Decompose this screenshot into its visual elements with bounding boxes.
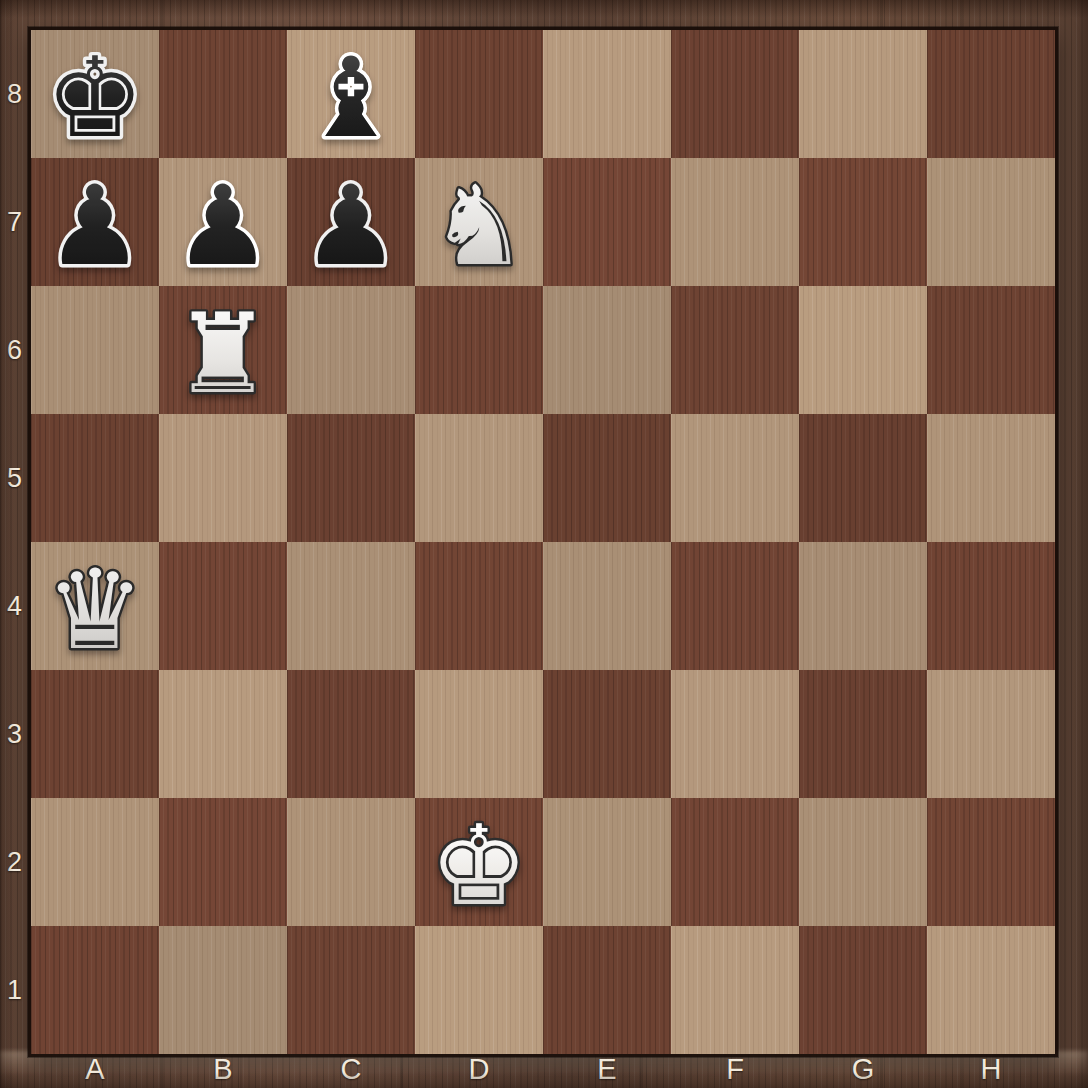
svg-text:♛: ♛ bbox=[46, 546, 145, 674]
square-f5[interactable] bbox=[671, 414, 799, 542]
square-d1[interactable] bbox=[415, 926, 543, 1054]
square-e3[interactable] bbox=[543, 670, 671, 798]
chess-board: ♚♝♟♟♟♞♜♛♚ bbox=[28, 27, 1058, 1057]
piece-white-king-d2[interactable]: ♚ bbox=[415, 798, 543, 926]
rank-label-7: 7 bbox=[0, 158, 29, 286]
square-b3[interactable] bbox=[159, 670, 287, 798]
square-e8[interactable] bbox=[543, 30, 671, 158]
square-h5[interactable] bbox=[927, 414, 1055, 542]
piece-black-pawn-c7[interactable]: ♟ bbox=[287, 158, 415, 286]
square-c7[interactable]: ♟ bbox=[287, 158, 415, 286]
square-g6[interactable] bbox=[799, 286, 927, 414]
square-b4[interactable] bbox=[159, 542, 287, 670]
black-pawn-icon: ♟ bbox=[32, 159, 158, 285]
square-e4[interactable] bbox=[543, 542, 671, 670]
square-b8[interactable] bbox=[159, 30, 287, 158]
square-c6[interactable] bbox=[287, 286, 415, 414]
file-label-g: G bbox=[799, 1052, 927, 1086]
square-a2[interactable] bbox=[31, 798, 159, 926]
square-g7[interactable] bbox=[799, 158, 927, 286]
square-c4[interactable] bbox=[287, 542, 415, 670]
square-b5[interactable] bbox=[159, 414, 287, 542]
white-rook-icon: ♜ bbox=[160, 287, 286, 413]
square-h8[interactable] bbox=[927, 30, 1055, 158]
piece-white-queen-a4[interactable]: ♛ bbox=[31, 542, 159, 670]
piece-white-rook-b6[interactable]: ♜ bbox=[159, 286, 287, 414]
square-c8[interactable]: ♝ bbox=[287, 30, 415, 158]
file-label-e: E bbox=[543, 1052, 671, 1086]
svg-text:♚: ♚ bbox=[46, 34, 145, 162]
square-e6[interactable] bbox=[543, 286, 671, 414]
square-d3[interactable] bbox=[415, 670, 543, 798]
rank-label-8: 8 bbox=[0, 30, 29, 158]
rank-label-4: 4 bbox=[0, 542, 29, 670]
rank-label-5: 5 bbox=[0, 414, 29, 542]
square-b6[interactable]: ♜ bbox=[159, 286, 287, 414]
square-c2[interactable] bbox=[287, 798, 415, 926]
square-f3[interactable] bbox=[671, 670, 799, 798]
svg-text:♟: ♟ bbox=[302, 162, 401, 290]
square-f1[interactable] bbox=[671, 926, 799, 1054]
file-label-b: B bbox=[159, 1052, 287, 1086]
file-label-h: H bbox=[927, 1052, 1055, 1086]
square-h3[interactable] bbox=[927, 670, 1055, 798]
file-label-a: A bbox=[31, 1052, 159, 1086]
square-c3[interactable] bbox=[287, 670, 415, 798]
square-h2[interactable] bbox=[927, 798, 1055, 926]
piece-black-king-a8[interactable]: ♚ bbox=[31, 30, 159, 158]
square-h1[interactable] bbox=[927, 926, 1055, 1054]
square-b2[interactable] bbox=[159, 798, 287, 926]
square-f4[interactable] bbox=[671, 542, 799, 670]
file-label-f: F bbox=[671, 1052, 799, 1086]
rank-label-6: 6 bbox=[0, 286, 29, 414]
file-label-d: D bbox=[415, 1052, 543, 1086]
square-g1[interactable] bbox=[799, 926, 927, 1054]
svg-text:♟: ♟ bbox=[46, 162, 145, 290]
rank-label-1: 1 bbox=[0, 926, 29, 1054]
square-e7[interactable] bbox=[543, 158, 671, 286]
square-g2[interactable] bbox=[799, 798, 927, 926]
file-label-c: C bbox=[287, 1052, 415, 1086]
square-a4[interactable]: ♛ bbox=[31, 542, 159, 670]
square-b1[interactable] bbox=[159, 926, 287, 1054]
square-b7[interactable]: ♟ bbox=[159, 158, 287, 286]
square-g8[interactable] bbox=[799, 30, 927, 158]
square-a7[interactable]: ♟ bbox=[31, 158, 159, 286]
square-h4[interactable] bbox=[927, 542, 1055, 670]
black-pawn-icon: ♟ bbox=[288, 159, 414, 285]
rank-labels: 87654321 bbox=[0, 30, 29, 1054]
piece-black-bishop-c8[interactable]: ♝ bbox=[287, 30, 415, 158]
white-knight-icon: ♞ bbox=[416, 159, 542, 285]
svg-text:♟: ♟ bbox=[174, 162, 273, 290]
chess-app: ♚♝♟♟♟♞♜♛♚ 87654321 ABCDEFGH bbox=[0, 0, 1088, 1088]
square-a6[interactable] bbox=[31, 286, 159, 414]
file-labels: ABCDEFGH bbox=[31, 1052, 1055, 1086]
white-king-icon: ♚ bbox=[416, 799, 542, 925]
square-c5[interactable] bbox=[287, 414, 415, 542]
square-e2[interactable] bbox=[543, 798, 671, 926]
white-queen-icon: ♛ bbox=[32, 543, 158, 669]
square-g4[interactable] bbox=[799, 542, 927, 670]
square-d8[interactable] bbox=[415, 30, 543, 158]
square-a1[interactable] bbox=[31, 926, 159, 1054]
square-c1[interactable] bbox=[287, 926, 415, 1054]
black-pawn-icon: ♟ bbox=[160, 159, 286, 285]
square-f7[interactable] bbox=[671, 158, 799, 286]
square-d5[interactable] bbox=[415, 414, 543, 542]
square-f8[interactable] bbox=[671, 30, 799, 158]
piece-white-knight-d7[interactable]: ♞ bbox=[415, 158, 543, 286]
square-f6[interactable] bbox=[671, 286, 799, 414]
svg-text:♚: ♚ bbox=[430, 802, 529, 930]
rank-label-3: 3 bbox=[0, 670, 29, 798]
black-bishop-icon: ♝ bbox=[288, 31, 414, 157]
square-g3[interactable] bbox=[799, 670, 927, 798]
black-king-icon: ♚ bbox=[32, 31, 158, 157]
square-a3[interactable] bbox=[31, 670, 159, 798]
rank-label-2: 2 bbox=[0, 798, 29, 926]
piece-black-pawn-a7[interactable]: ♟ bbox=[31, 158, 159, 286]
square-d4[interactable] bbox=[415, 542, 543, 670]
square-h6[interactable] bbox=[927, 286, 1055, 414]
square-h7[interactable] bbox=[927, 158, 1055, 286]
square-e5[interactable] bbox=[543, 414, 671, 542]
svg-text:♜: ♜ bbox=[174, 290, 273, 418]
square-d7[interactable]: ♞ bbox=[415, 158, 543, 286]
square-a8[interactable]: ♚ bbox=[31, 30, 159, 158]
square-a5[interactable] bbox=[31, 414, 159, 542]
square-g5[interactable] bbox=[799, 414, 927, 542]
piece-black-pawn-b7[interactable]: ♟ bbox=[159, 158, 287, 286]
svg-text:♞: ♞ bbox=[430, 162, 529, 290]
square-d2[interactable]: ♚ bbox=[415, 798, 543, 926]
square-f2[interactable] bbox=[671, 798, 799, 926]
svg-text:♝: ♝ bbox=[302, 34, 401, 162]
square-e1[interactable] bbox=[543, 926, 671, 1054]
square-d6[interactable] bbox=[415, 286, 543, 414]
